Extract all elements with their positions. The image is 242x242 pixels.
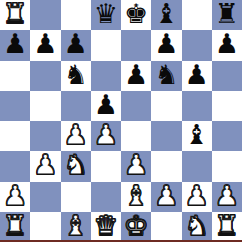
square-a6[interactable]	[0, 61, 30, 91]
piece-white-rook[interactable]: ♜	[215, 212, 239, 241]
square-a8[interactable]: ♜	[0, 0, 30, 30]
square-h3[interactable]	[212, 151, 242, 181]
piece-white-rook[interactable]: ♜	[3, 212, 27, 241]
square-e2[interactable]: ♝	[121, 182, 151, 212]
square-a2[interactable]: ♟	[0, 182, 30, 212]
piece-black-knight[interactable]: ♞	[154, 61, 178, 90]
square-f1[interactable]	[151, 212, 181, 242]
square-b8[interactable]	[30, 0, 60, 30]
square-c4[interactable]: ♟	[61, 121, 91, 151]
piece-black-pawn[interactable]: ♟	[94, 91, 118, 120]
piece-black-pawn[interactable]: ♟	[33, 30, 57, 59]
square-b5[interactable]	[30, 91, 60, 121]
square-f8[interactable]: ♝	[151, 0, 181, 30]
chess-board: ♜♛♚♝♜♟♟♟♟♟♞♟♞♟♟♟♟♝♟♞♟♟♝♟♟♟♜♝♛♚♞♜	[0, 0, 242, 242]
piece-white-pawn[interactable]: ♟	[185, 182, 209, 211]
square-a1[interactable]: ♜	[0, 212, 30, 242]
square-h7[interactable]: ♟	[212, 30, 242, 60]
square-c1[interactable]: ♝	[61, 212, 91, 242]
square-a4[interactable]	[0, 121, 30, 151]
square-d7[interactable]	[91, 30, 121, 60]
square-f2[interactable]: ♟	[151, 182, 181, 212]
square-e3[interactable]: ♟	[121, 151, 151, 181]
piece-black-king[interactable]: ♚	[124, 0, 148, 29]
square-a7[interactable]: ♟	[0, 30, 30, 60]
piece-white-knight[interactable]: ♞	[185, 212, 209, 241]
square-h2[interactable]: ♟	[212, 182, 242, 212]
piece-black-knight[interactable]: ♞	[64, 61, 88, 90]
square-c3[interactable]: ♞	[61, 151, 91, 181]
square-g4[interactable]: ♝	[182, 121, 212, 151]
piece-white-pawn[interactable]: ♟	[33, 151, 57, 180]
square-d3[interactable]	[91, 151, 121, 181]
piece-black-pawn[interactable]: ♟	[64, 30, 88, 59]
square-e7[interactable]	[121, 30, 151, 60]
square-g6[interactable]: ♟	[182, 61, 212, 91]
piece-white-pawn[interactable]: ♟	[3, 182, 27, 211]
square-f7[interactable]: ♟	[151, 30, 181, 60]
piece-black-queen[interactable]: ♛	[94, 0, 118, 29]
square-d2[interactable]	[91, 182, 121, 212]
piece-black-pawn[interactable]: ♟	[124, 61, 148, 90]
square-f4[interactable]	[151, 121, 181, 151]
square-c5[interactable]	[61, 91, 91, 121]
square-d6[interactable]	[91, 61, 121, 91]
piece-black-pawn[interactable]: ♟	[154, 30, 178, 59]
square-b3[interactable]: ♟	[30, 151, 60, 181]
square-e5[interactable]	[121, 91, 151, 121]
piece-black-bishop[interactable]: ♝	[185, 121, 209, 150]
square-e1[interactable]: ♚	[121, 212, 151, 242]
square-c6[interactable]: ♞	[61, 61, 91, 91]
piece-white-pawn[interactable]: ♟	[64, 121, 88, 150]
piece-black-pawn[interactable]: ♟	[3, 30, 27, 59]
chess-board-container: ♜♛♚♝♜♟♟♟♟♟♞♟♞♟♟♟♟♝♟♞♟♟♝♟♟♟♜♝♛♚♞♜	[0, 0, 242, 242]
square-h5[interactable]	[212, 91, 242, 121]
square-f5[interactable]	[151, 91, 181, 121]
square-g2[interactable]: ♟	[182, 182, 212, 212]
square-c8[interactable]	[61, 0, 91, 30]
piece-white-pawn[interactable]: ♟	[124, 151, 148, 180]
piece-black-pawn[interactable]: ♟	[215, 30, 239, 59]
square-d5[interactable]: ♟	[91, 91, 121, 121]
square-g5[interactable]	[182, 91, 212, 121]
square-d4[interactable]: ♟	[91, 121, 121, 151]
square-c2[interactable]	[61, 182, 91, 212]
square-a5[interactable]	[0, 91, 30, 121]
piece-black-pawn[interactable]: ♟	[185, 61, 209, 90]
piece-white-bishop[interactable]: ♝	[124, 182, 148, 211]
square-h4[interactable]	[212, 121, 242, 151]
piece-white-pawn[interactable]: ♟	[215, 182, 239, 211]
square-d1[interactable]: ♛	[91, 212, 121, 242]
square-h6[interactable]	[212, 61, 242, 91]
square-h8[interactable]: ♜	[212, 0, 242, 30]
piece-white-rook[interactable]: ♜	[3, 0, 27, 29]
square-b2[interactable]	[30, 182, 60, 212]
piece-white-bishop[interactable]: ♝	[64, 212, 88, 241]
piece-white-pawn[interactable]: ♟	[94, 121, 118, 150]
square-c7[interactable]: ♟	[61, 30, 91, 60]
square-b6[interactable]	[30, 61, 60, 91]
square-b7[interactable]: ♟	[30, 30, 60, 60]
square-b1[interactable]	[30, 212, 60, 242]
square-a3[interactable]	[0, 151, 30, 181]
piece-white-pawn[interactable]: ♟	[154, 182, 178, 211]
square-f3[interactable]	[151, 151, 181, 181]
square-g1[interactable]: ♞	[182, 212, 212, 242]
piece-white-queen[interactable]: ♛	[94, 212, 118, 241]
square-g7[interactable]	[182, 30, 212, 60]
piece-black-rook[interactable]: ♜	[215, 0, 239, 29]
square-e4[interactable]	[121, 121, 151, 151]
square-b4[interactable]	[30, 121, 60, 151]
piece-white-knight[interactable]: ♞	[64, 151, 88, 180]
square-e6[interactable]: ♟	[121, 61, 151, 91]
piece-black-bishop[interactable]: ♝	[154, 0, 178, 29]
square-f6[interactable]: ♞	[151, 61, 181, 91]
piece-white-king[interactable]: ♚	[124, 212, 148, 241]
square-g8[interactable]	[182, 0, 212, 30]
square-h1[interactable]: ♜	[212, 212, 242, 242]
square-d8[interactable]: ♛	[91, 0, 121, 30]
square-e8[interactable]: ♚	[121, 0, 151, 30]
square-g3[interactable]	[182, 151, 212, 181]
